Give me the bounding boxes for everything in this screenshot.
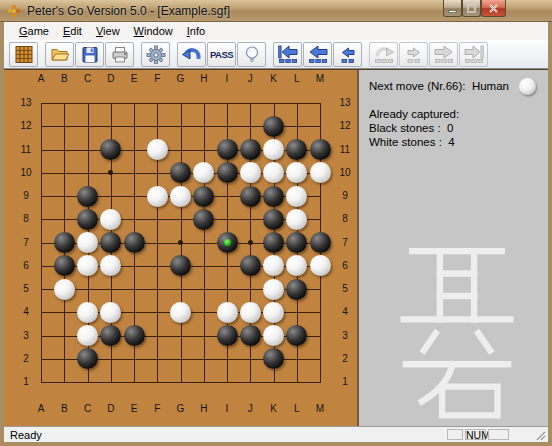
go-board[interactable]: AABBCCDDEEFFGGHHIIJJKKLLMM13131212111110…: [4, 70, 357, 427]
next-move-value: Human: [472, 80, 509, 92]
print-icon: [110, 45, 130, 64]
row-label-left: 10: [16, 167, 36, 178]
arrow-right-bar-icon: [464, 45, 484, 64]
stone-black-B7: [54, 232, 75, 253]
stone-black-M11: [310, 139, 331, 160]
hint-button[interactable]: [237, 42, 266, 67]
maximize-button[interactable]: [462, 0, 481, 17]
row-label-right: 12: [335, 120, 355, 131]
undo-arrow-icon: [182, 45, 202, 64]
stone-white-I4: [217, 302, 238, 323]
black-captured-value: 0: [447, 122, 453, 134]
stone-black-H8: [193, 209, 214, 230]
col-label-bottom: I: [217, 403, 237, 414]
stone-white-L6: [286, 255, 307, 276]
stone-black-I10: [217, 162, 238, 183]
captured-title: Already captured:: [369, 108, 459, 120]
col-label-top: I: [217, 73, 237, 84]
row-label-right: 8: [335, 213, 355, 224]
stone-black-I11: [217, 139, 238, 160]
stone-black-G10: [170, 162, 191, 183]
stone-black-K7: [263, 232, 284, 253]
stone-white-C6: [77, 255, 98, 276]
redo-button[interactable]: [369, 42, 398, 67]
stone-black-L5: [286, 279, 307, 300]
col-label-bottom: B: [54, 403, 74, 414]
stone-black-D7: [100, 232, 121, 253]
stone-black-E7: [124, 232, 145, 253]
col-label-bottom: C: [78, 403, 98, 414]
stone-white-K4: [263, 302, 284, 323]
stone-black-C2: [77, 348, 98, 369]
col-label-bottom: E: [124, 403, 144, 414]
status-pane-empty-1: [447, 429, 463, 440]
arrow-right-small-icon: [404, 45, 424, 64]
stone-black-C9: [77, 186, 98, 207]
caption-buttons: [443, 0, 506, 17]
pass-button[interactable]: PASS: [207, 42, 236, 67]
side-panel: Next move (Nr.66): Human Already capture…: [357, 70, 548, 427]
arrow-left-bar-icon: [278, 45, 298, 64]
minimize-button[interactable]: [443, 0, 462, 17]
stone-white-L9: [286, 186, 307, 207]
row-label-right: 4: [335, 306, 355, 317]
row-label-left: 1: [16, 376, 36, 387]
col-label-bottom: F: [147, 403, 167, 414]
col-label-top: K: [264, 73, 284, 84]
stone-white-K6: [263, 255, 284, 276]
stone-white-K5: [263, 279, 284, 300]
go-to-end-button[interactable]: [459, 42, 488, 67]
stone-black-B6: [54, 255, 75, 276]
gear-icon: [146, 45, 166, 64]
lightbulb-icon: [242, 45, 262, 64]
white-captured-value: 4: [448, 136, 454, 148]
step-backward-button[interactable]: [333, 42, 362, 67]
stone-white-F9: [147, 186, 168, 207]
col-label-top: L: [287, 73, 307, 84]
row-label-left: 2: [16, 353, 36, 364]
col-label-bottom: M: [310, 403, 330, 414]
stone-white-K11: [263, 139, 284, 160]
settings-button[interactable]: [141, 42, 170, 67]
save-icon: [80, 45, 100, 64]
row-label-right: 13: [335, 97, 355, 108]
undo-button[interactable]: [177, 42, 206, 67]
row-label-right: 10: [335, 167, 355, 178]
board-icon: [14, 45, 34, 64]
arrow-left-small-icon: [338, 45, 358, 64]
step-forward-button[interactable]: [399, 42, 428, 67]
minimize-icon: [447, 3, 458, 14]
stone-black-J3: [240, 325, 261, 346]
stone-black-J6: [240, 255, 261, 276]
stone-black-M7: [310, 232, 331, 253]
white-captured-line: White stones : 4: [369, 136, 455, 148]
hoshi-point: [178, 240, 183, 245]
stone-black-K12: [263, 116, 284, 137]
stone-black-J11: [240, 139, 261, 160]
stone-black-L7: [286, 232, 307, 253]
stone-white-M10: [310, 162, 331, 183]
stone-black-E3: [124, 325, 145, 346]
menu-bar: GameEditViewWindowInfo: [4, 22, 548, 40]
stone-white-C7: [77, 232, 98, 253]
stone-black-H9: [193, 186, 214, 207]
stone-black-D3: [100, 325, 121, 346]
row-label-right: 11: [335, 144, 355, 155]
menu-edit[interactable]: Edit: [56, 24, 89, 38]
row-label-left: 6: [16, 260, 36, 271]
stone-white-D8: [100, 209, 121, 230]
row-label-left: 5: [16, 283, 36, 294]
row-label-right: 7: [335, 237, 355, 248]
status-bar: Ready NUM: [4, 426, 548, 442]
window-title: Peter's Go Version 5.0 - [Example.sgf]: [27, 4, 230, 18]
fast-forward-button[interactable]: [429, 42, 458, 67]
row-label-left: 7: [16, 237, 36, 248]
open-folder-icon: [50, 45, 70, 64]
arrow-left-icon: [308, 45, 328, 64]
stone-black-D11: [100, 139, 121, 160]
grid-line-v: [204, 103, 205, 383]
stone-white-K3: [263, 325, 284, 346]
row-label-left: 4: [16, 306, 36, 317]
stone-white-D4: [100, 302, 121, 323]
stone-white-B5: [54, 279, 75, 300]
row-label-left: 9: [16, 190, 36, 201]
stone-white-F11: [147, 139, 168, 160]
next-move-stone-white: [519, 78, 536, 95]
stone-black-G6: [170, 255, 191, 276]
stone-white-L10: [286, 162, 307, 183]
row-label-right: 3: [335, 330, 355, 341]
next-move-label: Next move (Nr.66): Human: [369, 80, 509, 92]
row-label-right: 1: [335, 376, 355, 387]
status-pane-num: NUM: [465, 429, 486, 440]
hoshi-point: [108, 170, 113, 175]
stone-white-H10: [193, 162, 214, 183]
app-window: Peter's Go Version 5.0 - [Example.sgf] G…: [0, 0, 552, 446]
stone-black-L11: [286, 139, 307, 160]
go-to-start-button[interactable]: [273, 42, 302, 67]
stone-black-K2: [263, 348, 284, 369]
menu-window[interactable]: Window: [127, 24, 180, 38]
col-label-top: M: [310, 73, 330, 84]
col-label-bottom: K: [264, 403, 284, 414]
col-label-top: G: [171, 73, 191, 84]
col-label-top: E: [124, 73, 144, 84]
row-label-right: 5: [335, 283, 355, 294]
col-label-bottom: G: [171, 403, 191, 414]
arrow-right-icon: [434, 45, 454, 64]
maximize-icon: [466, 3, 477, 14]
close-icon: [488, 3, 499, 14]
stone-white-J10: [240, 162, 261, 183]
col-label-bottom: D: [101, 403, 121, 414]
stone-black-L3: [286, 325, 307, 346]
stone-white-G9: [170, 186, 191, 207]
stone-black-K8: [263, 209, 284, 230]
row-label-left: 12: [16, 120, 36, 131]
row-label-right: 9: [335, 190, 355, 201]
col-label-top: F: [147, 73, 167, 84]
stone-white-M6: [310, 255, 331, 276]
col-label-top: H: [194, 73, 214, 84]
fast-backward-button[interactable]: [303, 42, 332, 67]
col-label-bottom: A: [31, 403, 51, 414]
stone-white-D6: [100, 255, 121, 276]
stone-black-K9: [263, 186, 284, 207]
grid-line-h: [41, 382, 321, 383]
row-label-left: 11: [16, 144, 36, 155]
close-button[interactable]: [481, 0, 506, 17]
app-icon: [6, 3, 22, 19]
col-label-bottom: J: [240, 403, 260, 414]
stone-white-C4: [77, 302, 98, 323]
status-text: Ready: [10, 429, 42, 441]
col-label-bottom: L: [287, 403, 307, 414]
row-label-left: 3: [16, 330, 36, 341]
main-area: AABBCCDDEEFFGGHHIIJJKKLLMM13131212111110…: [4, 69, 548, 426]
row-label-right: 2: [335, 353, 355, 364]
stone-white-C3: [77, 325, 98, 346]
stone-white-L8: [286, 209, 307, 230]
board-button[interactable]: [9, 42, 38, 67]
menu-info[interactable]: Info: [180, 24, 212, 38]
row-label-left: 8: [16, 213, 36, 224]
stone-white-K10: [263, 162, 284, 183]
col-label-top: J: [240, 73, 260, 84]
print-button[interactable]: [105, 42, 134, 67]
go-character-watermark: [393, 238, 521, 420]
col-label-top: A: [31, 73, 51, 84]
menu-view[interactable]: View: [89, 24, 127, 38]
resize-grip[interactable]: [535, 430, 546, 441]
pass-label: PASS: [210, 49, 233, 60]
menu-game[interactable]: Game: [12, 24, 56, 38]
open-button[interactable]: [45, 42, 74, 67]
row-label-left: 13: [16, 97, 36, 108]
col-label-top: C: [78, 73, 98, 84]
toolbar: PASS: [4, 40, 548, 69]
redo-arrow-icon: [374, 45, 394, 64]
stone-black-C8: [77, 209, 98, 230]
col-label-top: D: [101, 73, 121, 84]
row-label-right: 6: [335, 260, 355, 271]
stone-white-J4: [240, 302, 261, 323]
save-button[interactable]: [75, 42, 104, 67]
status-pane-empty-2: [488, 429, 509, 440]
col-label-top: B: [54, 73, 74, 84]
black-captured-line: Black stones : 0: [369, 122, 453, 134]
stone-white-G4: [170, 302, 191, 323]
hoshi-point: [248, 240, 253, 245]
stone-black-J9: [240, 186, 261, 207]
col-label-bottom: H: [194, 403, 214, 414]
title-bar: Peter's Go Version 5.0 - [Example.sgf]: [0, 0, 552, 22]
stone-black-I3: [217, 325, 238, 346]
last-move-marker: [224, 239, 231, 246]
